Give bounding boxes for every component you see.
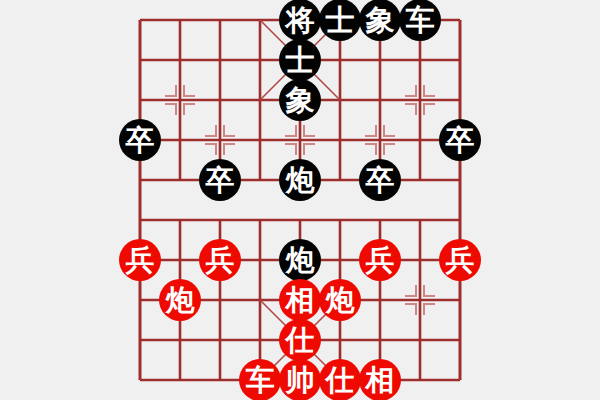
black-advisor[interactable]: 士 (319, 0, 361, 41)
red-cannon[interactable]: 炮 (159, 279, 201, 321)
black-soldier[interactable]: 卒 (199, 159, 241, 201)
red-soldier[interactable]: 兵 (199, 239, 241, 281)
red-general[interactable]: 帅 (279, 359, 321, 400)
black-soldier[interactable]: 卒 (119, 119, 161, 161)
red-soldier[interactable]: 兵 (359, 239, 401, 281)
red-elephant[interactable]: 相 (359, 359, 401, 400)
red-advisor[interactable]: 仕 (279, 319, 321, 361)
red-cannon[interactable]: 炮 (319, 279, 361, 321)
red-soldier[interactable]: 兵 (439, 239, 481, 281)
black-elephant[interactable]: 象 (279, 79, 321, 121)
black-chariot[interactable]: 车 (399, 0, 441, 41)
red-advisor[interactable]: 仕 (319, 359, 361, 400)
black-elephant[interactable]: 象 (359, 0, 401, 41)
black-cannon[interactable]: 炮 (279, 159, 321, 201)
black-soldier[interactable]: 卒 (359, 159, 401, 201)
piece-layer: 将士象车士象卒卒卒炮卒炮兵兵兵兵炮相炮仕车帅仕相 (0, 0, 600, 400)
black-soldier[interactable]: 卒 (439, 119, 481, 161)
red-elephant[interactable]: 相 (279, 279, 321, 321)
red-chariot[interactable]: 车 (239, 359, 281, 400)
xiangqi-board: 将士象车士象卒卒卒炮卒炮兵兵兵兵炮相炮仕车帅仕相 (0, 0, 600, 400)
black-advisor[interactable]: 士 (279, 39, 321, 81)
red-soldier[interactable]: 兵 (119, 239, 161, 281)
black-cannon[interactable]: 炮 (279, 239, 321, 281)
black-general[interactable]: 将 (279, 0, 321, 41)
